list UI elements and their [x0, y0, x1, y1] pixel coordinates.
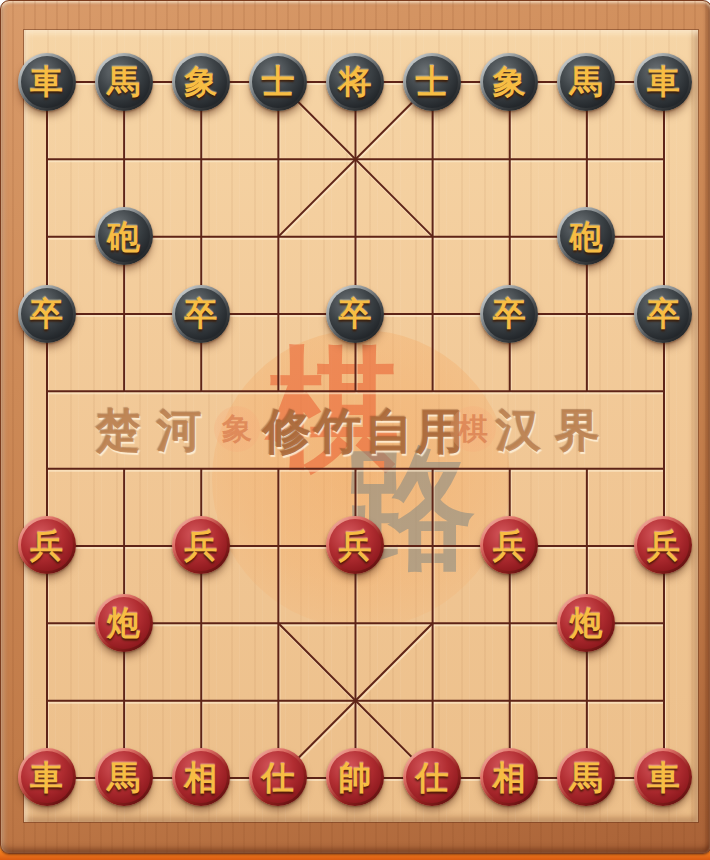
board-point-f6r9[interactable]	[394, 661, 471, 738]
piece-face: 将	[329, 56, 381, 108]
board-point-f2r9[interactable]	[85, 661, 162, 738]
piece-face: 士	[252, 56, 304, 108]
piece-glyph: 馬	[570, 65, 603, 98]
piece-red-chariot[interactable]: 車	[18, 748, 76, 806]
piece-red-horse[interactable]: 馬	[95, 748, 153, 806]
piece-glyph: 兵	[184, 529, 217, 562]
board-point-f7r8[interactable]	[471, 584, 548, 661]
board-point-f9r4[interactable]: 卒	[625, 275, 702, 352]
board-point-f5r7[interactable]: 兵	[316, 507, 393, 584]
piece-glyph: 卒	[493, 297, 526, 330]
board-point-f2r8[interactable]: 炮	[85, 584, 162, 661]
piece-red-chariot[interactable]: 車	[634, 748, 692, 806]
board-point-f7r1[interactable]: 象	[471, 43, 548, 120]
board-point-f9r7[interactable]: 兵	[625, 507, 702, 584]
piece-black-chariot[interactable]: 車	[18, 53, 76, 111]
piece-face: 砲	[560, 210, 612, 262]
piece-face: 兵	[329, 519, 381, 571]
piece-red-cannon[interactable]: 炮	[95, 594, 153, 652]
piece-red-general[interactable]: 帥	[326, 748, 384, 806]
piece-red-elephant[interactable]: 相	[172, 748, 230, 806]
board-point-f3r2[interactable]	[162, 120, 239, 197]
piece-glyph: 仕	[261, 761, 294, 794]
piece-face: 馬	[560, 751, 612, 803]
board-point-f9r8[interactable]	[625, 584, 702, 661]
board-point-f8r8[interactable]: 炮	[548, 584, 625, 661]
piece-face: 馬	[560, 56, 612, 108]
piece-black-soldier[interactable]: 卒	[480, 285, 538, 343]
piece-black-cannon[interactable]: 砲	[95, 207, 153, 265]
board-point-f4r8[interactable]	[239, 584, 316, 661]
board-point-f1r9[interactable]	[8, 661, 85, 738]
piece-black-chariot[interactable]: 車	[634, 53, 692, 111]
board-point-f9r3[interactable]	[625, 198, 702, 275]
board-point-f3r10[interactable]: 相	[162, 739, 239, 816]
piece-black-horse[interactable]: 馬	[557, 53, 615, 111]
piece-glyph: 砲	[570, 220, 603, 253]
board-point-f4r5[interactable]	[239, 352, 316, 429]
piece-red-soldier[interactable]: 兵	[480, 516, 538, 574]
board-point-f2r7[interactable]	[85, 507, 162, 584]
board-point-f5r10[interactable]: 帥	[316, 739, 393, 816]
piece-face: 卒	[175, 288, 227, 340]
board-point-f7r6[interactable]	[471, 430, 548, 507]
board-point-f5r6[interactable]	[316, 430, 393, 507]
board: 車馬象士将士象馬車砲砲卒卒卒卒卒兵兵兵兵兵炮炮車馬相仕帥仕相馬車	[8, 43, 702, 816]
piece-face: 卒	[329, 288, 381, 340]
piece-glyph: 炮	[570, 606, 603, 639]
piece-face: 卒	[483, 288, 535, 340]
board-point-f4r2[interactable]	[239, 120, 316, 197]
piece-face: 車	[21, 751, 73, 803]
piece-face: 仕	[406, 751, 458, 803]
piece-glyph: 仕	[416, 761, 449, 794]
piece-glyph: 兵	[493, 529, 526, 562]
board-point-f7r4[interactable]: 卒	[471, 275, 548, 352]
board-point-f7r7[interactable]: 兵	[471, 507, 548, 584]
board-point-f1r10[interactable]: 車	[8, 739, 85, 816]
board-point-f6r1[interactable]: 士	[394, 43, 471, 120]
piece-glyph: 卒	[338, 297, 371, 330]
piece-black-soldier[interactable]: 卒	[634, 285, 692, 343]
board-point-f8r5[interactable]	[548, 352, 625, 429]
board-point-f5r4[interactable]: 卒	[316, 275, 393, 352]
board-point-f6r2[interactable]	[394, 120, 471, 197]
board-point-f2r2[interactable]	[85, 120, 162, 197]
piece-glyph: 卒	[184, 297, 217, 330]
board-point-f8r7[interactable]	[548, 507, 625, 584]
board-point-f1r8[interactable]	[8, 584, 85, 661]
piece-face: 砲	[98, 210, 150, 262]
board-point-f6r4[interactable]	[394, 275, 471, 352]
piece-glyph: 兵	[30, 529, 63, 562]
piece-face: 兵	[175, 519, 227, 571]
board-point-f9r5[interactable]	[625, 352, 702, 429]
piece-glyph: 象	[184, 65, 217, 98]
piece-glyph: 砲	[107, 220, 140, 253]
piece-face: 帥	[329, 751, 381, 803]
board-point-f2r4[interactable]	[85, 275, 162, 352]
board-point-f5r8[interactable]	[316, 584, 393, 661]
piece-face: 車	[21, 56, 73, 108]
board-point-f8r2[interactable]	[548, 120, 625, 197]
board-point-f1r3[interactable]	[8, 198, 85, 275]
piece-face: 車	[637, 751, 689, 803]
piece-glyph: 象	[493, 65, 526, 98]
piece-glyph: 車	[647, 761, 680, 794]
board-point-f2r1[interactable]: 馬	[85, 43, 162, 120]
piece-black-elephant[interactable]: 象	[172, 53, 230, 111]
piece-glyph: 相	[184, 761, 217, 794]
piece-face: 相	[483, 751, 535, 803]
piece-red-advisor[interactable]: 仕	[403, 748, 461, 806]
piece-red-soldier[interactable]: 兵	[326, 516, 384, 574]
piece-glyph: 相	[493, 761, 526, 794]
board-point-f4r6[interactable]	[239, 430, 316, 507]
piece-face: 兵	[637, 519, 689, 571]
piece-black-advisor[interactable]: 士	[403, 53, 461, 111]
board-point-f8r4[interactable]	[548, 275, 625, 352]
piece-black-soldier[interactable]: 卒	[326, 285, 384, 343]
piece-glyph: 兵	[338, 529, 371, 562]
piece-face: 士	[406, 56, 458, 108]
board-point-f5r5[interactable]	[316, 352, 393, 429]
board-point-f8r3[interactable]: 砲	[548, 198, 625, 275]
board-point-f3r1[interactable]: 象	[162, 43, 239, 120]
piece-face: 卒	[637, 288, 689, 340]
board-point-f4r1[interactable]: 士	[239, 43, 316, 120]
piece-face: 炮	[560, 597, 612, 649]
piece-face: 象	[483, 56, 535, 108]
xiangqi-app: 棋 路 楚河 象 修竹自用 棋 汉界 車馬象士将士象馬車砲砲卒卒卒卒卒兵兵兵兵兵…	[0, 0, 710, 860]
board-point-f3r3[interactable]	[162, 198, 239, 275]
board-point-f1r2[interactable]	[8, 120, 85, 197]
piece-face: 象	[175, 56, 227, 108]
piece-black-soldier[interactable]: 卒	[172, 285, 230, 343]
board-point-f6r8[interactable]	[394, 584, 471, 661]
piece-face: 相	[175, 751, 227, 803]
piece-black-elephant[interactable]: 象	[480, 53, 538, 111]
piece-black-soldier[interactable]: 卒	[18, 285, 76, 343]
board-point-f6r10[interactable]: 仕	[394, 739, 471, 816]
board-point-f3r7[interactable]: 兵	[162, 507, 239, 584]
board-point-f2r10[interactable]: 馬	[85, 739, 162, 816]
board-point-f8r9[interactable]	[548, 661, 625, 738]
board-point-f1r5[interactable]	[8, 352, 85, 429]
piece-glyph: 馬	[570, 761, 603, 794]
board-point-f1r7[interactable]: 兵	[8, 507, 85, 584]
piece-black-horse[interactable]: 馬	[95, 53, 153, 111]
board-point-f5r3[interactable]	[316, 198, 393, 275]
board-point-f4r3[interactable]	[239, 198, 316, 275]
piece-face: 仕	[252, 751, 304, 803]
board-point-f2r5[interactable]	[85, 352, 162, 429]
board-point-f2r3[interactable]: 砲	[85, 198, 162, 275]
piece-glyph: 卒	[647, 297, 680, 330]
board-point-f6r7[interactable]	[394, 507, 471, 584]
board-point-f3r6[interactable]	[162, 430, 239, 507]
piece-glyph: 車	[647, 65, 680, 98]
piece-glyph: 士	[416, 65, 449, 98]
piece-face: 兵	[21, 519, 73, 571]
board-point-f9r2[interactable]	[625, 120, 702, 197]
board-point-f9r1[interactable]: 車	[625, 43, 702, 120]
board-point-f5r1[interactable]: 将	[316, 43, 393, 120]
piece-glyph: 帥	[338, 761, 371, 794]
board-point-f8r10[interactable]: 馬	[548, 739, 625, 816]
board-point-f7r5[interactable]	[471, 352, 548, 429]
piece-glyph: 炮	[107, 606, 140, 639]
board-point-f4r4[interactable]	[239, 275, 316, 352]
board-point-f4r9[interactable]	[239, 661, 316, 738]
board-point-f6r5[interactable]	[394, 352, 471, 429]
piece-face: 卒	[21, 288, 73, 340]
piece-red-elephant[interactable]: 相	[480, 748, 538, 806]
board-point-f2r6[interactable]	[85, 430, 162, 507]
piece-glyph: 士	[261, 65, 294, 98]
piece-glyph: 卒	[30, 297, 63, 330]
piece-red-soldier[interactable]: 兵	[172, 516, 230, 574]
piece-glyph: 車	[30, 761, 63, 794]
board-point-f1r1[interactable]: 車	[8, 43, 85, 120]
piece-red-advisor[interactable]: 仕	[249, 748, 307, 806]
piece-black-cannon[interactable]: 砲	[557, 207, 615, 265]
piece-face: 馬	[98, 56, 150, 108]
piece-black-advisor[interactable]: 士	[249, 53, 307, 111]
board-point-f1r6[interactable]	[8, 430, 85, 507]
board-point-f3r5[interactable]	[162, 352, 239, 429]
board-point-f3r8[interactable]	[162, 584, 239, 661]
piece-face: 車	[637, 56, 689, 108]
board-point-f3r9[interactable]	[162, 661, 239, 738]
board-point-f9r9[interactable]	[625, 661, 702, 738]
board-point-f9r10[interactable]: 車	[625, 739, 702, 816]
board-point-f7r2[interactable]	[471, 120, 548, 197]
board-point-f7r3[interactable]	[471, 198, 548, 275]
piece-glyph: 兵	[647, 529, 680, 562]
board-point-f8r6[interactable]	[548, 430, 625, 507]
board-point-f6r3[interactable]	[394, 198, 471, 275]
board-point-f7r10[interactable]: 相	[471, 739, 548, 816]
board-point-f9r6[interactable]	[625, 430, 702, 507]
piece-glyph: 車	[30, 65, 63, 98]
piece-face: 兵	[483, 519, 535, 571]
board-point-f4r10[interactable]: 仕	[239, 739, 316, 816]
board-point-f3r4[interactable]: 卒	[162, 275, 239, 352]
piece-face: 馬	[98, 751, 150, 803]
board-point-f8r1[interactable]: 馬	[548, 43, 625, 120]
piece-red-horse[interactable]: 馬	[557, 748, 615, 806]
piece-black-general[interactable]: 将	[326, 53, 384, 111]
piece-red-soldier[interactable]: 兵	[634, 516, 692, 574]
piece-face: 炮	[98, 597, 150, 649]
piece-glyph: 将	[338, 65, 371, 98]
piece-red-cannon[interactable]: 炮	[557, 594, 615, 652]
piece-red-soldier[interactable]: 兵	[18, 516, 76, 574]
board-point-f4r7[interactable]	[239, 507, 316, 584]
board-point-f5r9[interactable]	[316, 661, 393, 738]
board-point-f5r2[interactable]	[316, 120, 393, 197]
board-point-f7r9[interactable]	[471, 661, 548, 738]
piece-glyph: 馬	[107, 65, 140, 98]
board-point-f1r4[interactable]: 卒	[8, 275, 85, 352]
piece-glyph: 馬	[107, 761, 140, 794]
board-point-f6r6[interactable]	[394, 430, 471, 507]
